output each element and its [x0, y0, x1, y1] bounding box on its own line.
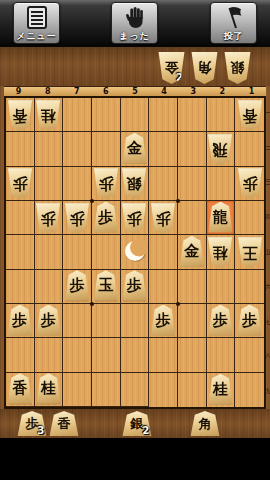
square-2f[interactable] [207, 270, 236, 304]
hand-icon [123, 5, 147, 35]
rank-strip: 一二三四五六七八九 [265, 96, 270, 409]
square-1g[interactable]: 歩 [235, 304, 264, 338]
square-3h[interactable] [178, 338, 207, 372]
rank-label-2: 二 [265, 131, 270, 166]
koma-飛-gote: 飛 [208, 134, 233, 165]
rank-label-8: 八 [265, 339, 270, 374]
square-5a[interactable] [121, 98, 150, 132]
square-2i[interactable]: 桂 [207, 373, 236, 407]
square-3f[interactable] [178, 270, 207, 304]
koma-歩-sente: 歩 [151, 305, 176, 336]
square-4c[interactable] [149, 167, 178, 201]
square-8i[interactable]: 桂 [35, 373, 64, 407]
square-6h[interactable] [92, 338, 121, 372]
koma-歩-gote: 歩 [93, 168, 118, 199]
koma-歩-gote: 歩 [65, 203, 90, 234]
wood-background: 金2角銀 987654321 香桂香金飛歩歩銀歩歩歩歩歩歩龍金桂王歩玉歩歩歩歩歩… [0, 47, 270, 438]
menu-button[interactable]: メニュー [13, 2, 60, 44]
square-6d[interactable]: 歩 [92, 201, 121, 235]
square-5d[interactable]: 歩 [121, 201, 150, 235]
square-2e[interactable]: 桂 [207, 235, 236, 269]
hoshi-dot [176, 199, 180, 203]
square-8f[interactable] [35, 270, 64, 304]
square-4a[interactable] [149, 98, 178, 132]
square-8h[interactable] [35, 338, 64, 372]
sente-captured-tray: 歩3香銀2角 [0, 409, 270, 438]
koma-香-sente: 香 [7, 373, 32, 404]
square-7h[interactable] [63, 338, 92, 372]
hoshi-dot [176, 302, 180, 306]
square-1i[interactable] [235, 373, 264, 407]
file-label-2: 2 [208, 87, 237, 96]
square-6i[interactable] [92, 373, 121, 407]
square-9h[interactable] [6, 338, 35, 372]
square-5c[interactable]: 銀 [121, 167, 150, 201]
koma-金-sente: 金 [179, 236, 204, 267]
koma-玉-sente: 玉 [93, 270, 118, 301]
hand-count-歩: 3 [38, 426, 45, 436]
square-4g[interactable]: 歩 [149, 304, 178, 338]
square-3c[interactable] [178, 167, 207, 201]
koma-桂-sente: 桂 [208, 374, 233, 405]
koma-龍-sente: 龍 [208, 202, 233, 233]
square-6f[interactable]: 玉 [92, 270, 121, 304]
menu-list-icon [25, 5, 49, 35]
shogi-app-screen: メニュー まった 投了 [0, 0, 270, 480]
hand-count-金: 2 [176, 73, 183, 83]
hand-koma-角-sente[interactable]: 角 [190, 411, 220, 436]
square-8d[interactable]: 歩 [35, 201, 64, 235]
square-6a[interactable] [92, 98, 121, 132]
shogi-board: 香桂香金飛歩歩銀歩歩歩歩歩歩龍金桂王歩玉歩歩歩歩歩歩香桂桂 [4, 96, 266, 409]
koma-歩-sente: 歩 [36, 305, 61, 336]
square-1d[interactable] [235, 201, 264, 235]
rank-label-4: 四 [265, 200, 270, 235]
square-7d[interactable]: 歩 [63, 201, 92, 235]
file-label-8: 8 [33, 87, 62, 96]
square-3a[interactable] [178, 98, 207, 132]
square-3i[interactable] [178, 373, 207, 407]
square-9g[interactable]: 歩 [6, 304, 35, 338]
koma-歩-sente: 歩 [7, 305, 32, 336]
square-9c[interactable]: 歩 [6, 167, 35, 201]
rank-label-5: 五 [265, 235, 270, 270]
undo-matta-button[interactable]: まった [111, 2, 158, 44]
hand-koma-歩-sente[interactable]: 歩3 [17, 411, 47, 436]
square-2a[interactable] [207, 98, 236, 132]
file-label-4: 4 [150, 87, 179, 96]
square-6b[interactable] [92, 132, 121, 166]
square-6e[interactable] [92, 235, 121, 269]
square-6c[interactable]: 歩 [92, 167, 121, 201]
koma-歩-sente: 歩 [237, 305, 262, 336]
square-4b[interactable] [149, 132, 178, 166]
koma-銀-gote: 銀 [122, 168, 147, 199]
koma-歩-gote: 歩 [151, 203, 176, 234]
square-8a[interactable]: 桂 [35, 98, 64, 132]
square-7e[interactable] [63, 235, 92, 269]
square-9i[interactable]: 香 [6, 373, 35, 407]
toolbar: メニュー まった 投了 [0, 0, 270, 48]
hand-koma-香-sente[interactable]: 香 [49, 411, 79, 436]
square-5f[interactable]: 歩 [121, 270, 150, 304]
thinking-crescent-icon [122, 238, 148, 268]
hand-koma-銀-gote[interactable]: 銀 [224, 52, 251, 84]
square-4f[interactable] [149, 270, 178, 304]
koma-歩-sente: 歩 [65, 270, 90, 301]
koma-歩-sente: 歩 [208, 305, 233, 336]
rank-label-1: 一 [265, 96, 270, 131]
square-8e[interactable] [35, 235, 64, 269]
square-7a[interactable] [63, 98, 92, 132]
flag-icon [222, 5, 246, 35]
square-7g[interactable] [63, 304, 92, 338]
square-1f[interactable] [235, 270, 264, 304]
square-5b[interactable]: 金 [121, 132, 150, 166]
square-4d[interactable]: 歩 [149, 201, 178, 235]
square-4e[interactable] [149, 235, 178, 269]
koma-王-gote: 王 [237, 237, 262, 268]
koma-金-sente: 金 [122, 133, 147, 164]
square-2g[interactable]: 歩 [207, 304, 236, 338]
koma-桂-gote: 桂 [208, 237, 233, 268]
square-1a[interactable]: 香 [235, 98, 264, 132]
square-5h[interactable] [121, 338, 150, 372]
square-7f[interactable]: 歩 [63, 270, 92, 304]
koma-歩-gote: 歩 [237, 168, 262, 199]
square-2h[interactable] [207, 338, 236, 372]
hand-count-銀: 2 [143, 426, 150, 436]
square-1c[interactable]: 歩 [235, 167, 264, 201]
square-1e[interactable]: 王 [235, 235, 264, 269]
square-3b[interactable] [178, 132, 207, 166]
square-4i[interactable] [149, 373, 178, 407]
square-9d[interactable] [6, 201, 35, 235]
square-1b[interactable] [235, 132, 264, 166]
file-label-5: 5 [120, 87, 149, 96]
square-4h[interactable] [149, 338, 178, 372]
square-9f[interactable] [6, 270, 35, 304]
file-label-7: 7 [62, 87, 91, 96]
koma-歩-gote: 歩 [7, 168, 32, 199]
rank-label-6: 六 [265, 270, 270, 305]
square-7c[interactable] [63, 167, 92, 201]
file-label-6: 6 [91, 87, 120, 96]
hand-koma-銀-sente[interactable]: 銀2 [122, 411, 152, 436]
koma-歩-sente: 歩 [93, 202, 118, 233]
rank-label-3: 三 [265, 166, 270, 201]
hoshi-dot [90, 302, 94, 306]
square-1h[interactable] [235, 338, 264, 372]
file-strip: 987654321 [4, 86, 266, 96]
koma-歩-gote: 歩 [36, 203, 61, 234]
square-9b[interactable] [6, 132, 35, 166]
hand-koma-角-gote[interactable]: 角 [191, 52, 218, 84]
square-3e[interactable]: 金 [178, 235, 207, 269]
square-5i[interactable] [121, 373, 150, 407]
square-3d[interactable] [178, 201, 207, 235]
square-3g[interactable] [178, 304, 207, 338]
square-9e[interactable] [6, 235, 35, 269]
square-7b[interactable] [63, 132, 92, 166]
square-2c[interactable] [207, 167, 236, 201]
rank-label-7: 七 [265, 305, 270, 340]
square-5g[interactable] [121, 304, 150, 338]
hoshi-dot [90, 199, 94, 203]
rank-label-9: 九 [265, 374, 270, 409]
square-8g[interactable]: 歩 [35, 304, 64, 338]
square-9a[interactable]: 香 [6, 98, 35, 132]
koma-歩-gote: 歩 [122, 203, 147, 234]
square-2b[interactable]: 飛 [207, 132, 236, 166]
file-label-1: 1 [237, 87, 266, 96]
square-6g[interactable] [92, 304, 121, 338]
square-8b[interactable] [35, 132, 64, 166]
koma-歩-sente: 歩 [122, 270, 147, 301]
square-8c[interactable] [35, 167, 64, 201]
file-label-3: 3 [179, 87, 208, 96]
koma-香-gote: 香 [237, 100, 262, 131]
koma-桂-sente: 桂 [36, 373, 61, 404]
square-7i[interactable] [63, 373, 92, 407]
screen-bottom-black [0, 438, 270, 480]
file-label-9: 9 [4, 87, 33, 96]
resign-button[interactable]: 投了 [210, 2, 257, 44]
koma-香-gote: 香 [7, 100, 32, 131]
gote-captured-tray: 金2角銀 [0, 47, 270, 86]
square-2d[interactable]: 龍 [207, 201, 236, 235]
koma-桂-gote: 桂 [36, 100, 61, 131]
hand-koma-金-gote[interactable]: 金2 [158, 52, 185, 84]
